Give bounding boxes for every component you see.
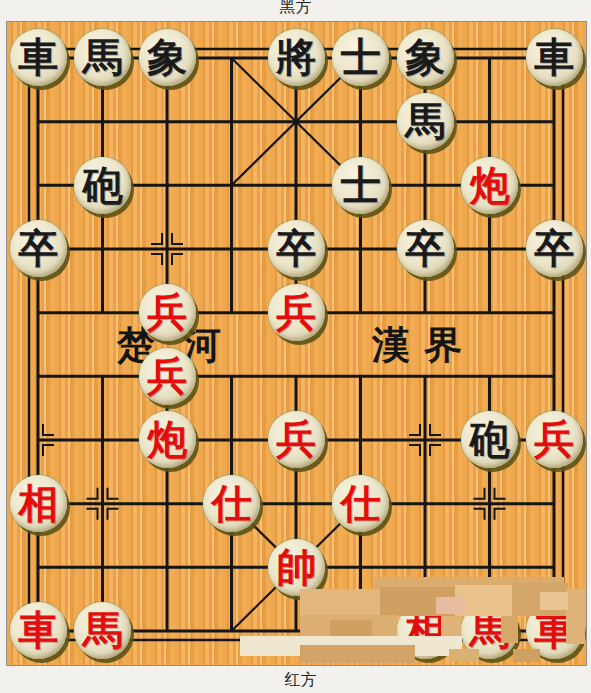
piece-black-horse[interactable]: 馬 — [74, 29, 131, 86]
piece-red-cannon[interactable]: 炮 — [461, 157, 518, 214]
piece-black-chariot[interactable]: 車 — [526, 29, 583, 86]
piece-black-soldier[interactable]: 卒 — [526, 220, 583, 277]
piece-black-elephant[interactable]: 象 — [139, 29, 196, 86]
piece-black-cannon[interactable]: 砲 — [461, 411, 518, 468]
piece-red-general[interactable]: 帥 — [268, 539, 325, 596]
piece-red-chariot[interactable]: 車 — [526, 602, 583, 659]
xiangqi-app: { "game": "xiangqi (Chinese chess)", "si… — [0, 0, 591, 693]
piece-black-chariot[interactable]: 車 — [10, 29, 67, 86]
piece-black-advisor[interactable]: 士 — [332, 157, 389, 214]
piece-red-soldier[interactable]: 兵 — [139, 348, 196, 405]
piece-red-horse[interactable]: 馬 — [461, 602, 518, 659]
piece-black-soldier[interactable]: 卒 — [268, 220, 325, 277]
piece-black-elephant[interactable]: 象 — [397, 29, 454, 86]
piece-red-soldier[interactable]: 兵 — [139, 284, 196, 341]
piece-black-soldier[interactable]: 卒 — [397, 220, 454, 277]
piece-red-horse[interactable]: 馬 — [74, 602, 131, 659]
xiangqi-board[interactable]: 楚河 漢界 車馬象將士象車馬砲士炮卒卒卒卒兵兵兵炮兵砲兵相仕仕帥車馬相馬車 — [6, 21, 587, 666]
piece-red-elephant[interactable]: 相 — [10, 475, 67, 532]
piece-red-elephant[interactable]: 相 — [397, 602, 454, 659]
piece-red-soldier[interactable]: 兵 — [526, 411, 583, 468]
piece-black-soldier[interactable]: 卒 — [10, 220, 67, 277]
piece-red-cannon[interactable]: 炮 — [139, 411, 196, 468]
piece-black-advisor[interactable]: 士 — [332, 29, 389, 86]
piece-red-soldier[interactable]: 兵 — [268, 284, 325, 341]
black-side-label: 黑方 — [0, 0, 591, 21]
piece-black-cannon[interactable]: 砲 — [74, 157, 131, 214]
piece-red-chariot[interactable]: 車 — [10, 602, 67, 659]
red-side-label: 红方 — [5, 670, 591, 693]
piece-black-general[interactable]: 將 — [268, 29, 325, 86]
piece-layer: 車馬象將士象車馬砲士炮卒卒卒卒兵兵兵炮兵砲兵相仕仕帥車馬相馬車 — [6, 26, 586, 663]
piece-red-advisor[interactable]: 仕 — [203, 475, 260, 532]
piece-red-soldier[interactable]: 兵 — [268, 411, 325, 468]
piece-red-advisor[interactable]: 仕 — [332, 475, 389, 532]
piece-black-horse[interactable]: 馬 — [397, 93, 454, 150]
